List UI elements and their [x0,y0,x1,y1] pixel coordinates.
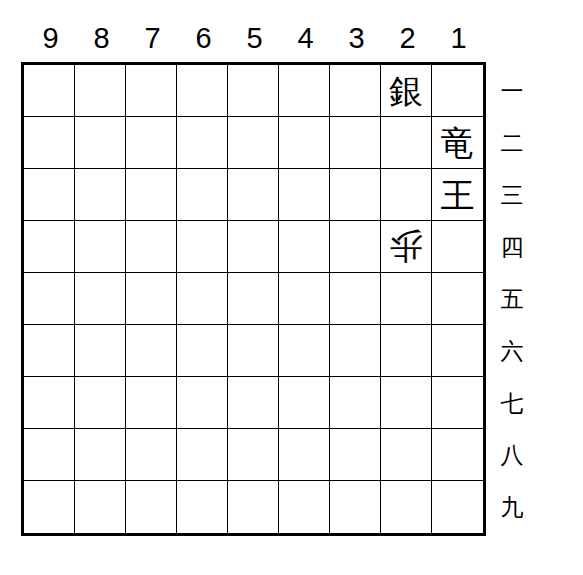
cell-9-2[interactable] [24,117,75,169]
cell-3-8[interactable] [330,429,381,481]
cell-7-4[interactable] [126,221,177,273]
cell-5-3[interactable] [228,169,279,221]
cell-3-7[interactable] [330,377,381,429]
cell-4-1[interactable] [279,65,330,117]
cell-3-5[interactable] [330,273,381,325]
file-label-7: 7 [127,18,178,58]
cell-7-8[interactable] [126,429,177,481]
file-label-2: 2 [382,18,433,58]
cell-9-3[interactable] [24,169,75,221]
cell-2-6[interactable] [381,325,432,377]
cell-4-7[interactable] [279,377,330,429]
cell-1-2[interactable]: 竜 [432,117,483,169]
piece-king: 王 [441,178,475,212]
cell-4-9[interactable] [279,481,330,533]
cell-7-6[interactable] [126,325,177,377]
cell-7-3[interactable] [126,169,177,221]
file-label-8: 8 [76,18,127,58]
piece-dragon-promoted-rook: 竜 [441,126,475,160]
cell-2-2[interactable] [381,117,432,169]
cell-8-3[interactable] [75,169,126,221]
cell-5-1[interactable] [228,65,279,117]
file-label-4: 4 [280,18,331,58]
rank-label-3: 三 [492,169,532,221]
rank-label-1: 一 [492,65,532,117]
cell-1-4[interactable] [432,221,483,273]
cell-4-6[interactable] [279,325,330,377]
cell-8-2[interactable] [75,117,126,169]
cell-2-3[interactable] [381,169,432,221]
cell-2-8[interactable] [381,429,432,481]
cell-5-5[interactable] [228,273,279,325]
cell-3-6[interactable] [330,325,381,377]
cell-6-8[interactable] [177,429,228,481]
cell-1-6[interactable] [432,325,483,377]
cell-8-7[interactable] [75,377,126,429]
cell-4-8[interactable] [279,429,330,481]
cell-8-8[interactable] [75,429,126,481]
cell-1-5[interactable] [432,273,483,325]
cell-8-5[interactable] [75,273,126,325]
file-label-3: 3 [331,18,382,58]
cell-3-9[interactable] [330,481,381,533]
cell-6-6[interactable] [177,325,228,377]
cell-9-4[interactable] [24,221,75,273]
cell-8-6[interactable] [75,325,126,377]
cell-2-7[interactable] [381,377,432,429]
file-label-6: 6 [178,18,229,58]
piece-silver: 銀 [389,74,423,108]
cell-5-6[interactable] [228,325,279,377]
cell-8-1[interactable] [75,65,126,117]
cell-7-9[interactable] [126,481,177,533]
cell-5-8[interactable] [228,429,279,481]
file-labels: 987654321 [25,18,484,58]
cell-9-9[interactable] [24,481,75,533]
rank-label-5: 五 [492,273,532,325]
cell-5-7[interactable] [228,377,279,429]
rank-label-7: 七 [492,377,532,429]
cell-3-3[interactable] [330,169,381,221]
rank-label-8: 八 [492,429,532,481]
rank-label-4: 四 [492,221,532,273]
file-label-1: 1 [433,18,484,58]
file-label-5: 5 [229,18,280,58]
cell-9-7[interactable] [24,377,75,429]
cell-2-1[interactable]: 銀 [381,65,432,117]
cell-3-1[interactable] [330,65,381,117]
file-label-9: 9 [25,18,76,58]
cell-5-2[interactable] [228,117,279,169]
cell-7-7[interactable] [126,377,177,429]
cell-1-3[interactable]: 王 [432,169,483,221]
rank-labels: 一二三四五六七八九 [492,65,532,533]
cell-6-7[interactable] [177,377,228,429]
cell-6-1[interactable] [177,65,228,117]
shogi-diagram: 987654321 銀竜王歩 一二三四五六七八九 [0,0,583,575]
cell-1-8[interactable] [432,429,483,481]
shogi-board: 銀竜王歩 [21,62,486,536]
rank-label-6: 六 [492,325,532,377]
cell-7-2[interactable] [126,117,177,169]
cell-8-4[interactable] [75,221,126,273]
cell-6-4[interactable] [177,221,228,273]
cell-9-1[interactable] [24,65,75,117]
cell-1-9[interactable] [432,481,483,533]
cell-6-9[interactable] [177,481,228,533]
cell-2-9[interactable] [381,481,432,533]
piece-pawn: 歩 [389,230,423,264]
cell-5-9[interactable] [228,481,279,533]
cell-4-4[interactable] [279,221,330,273]
cell-7-1[interactable] [126,65,177,117]
cell-9-8[interactable] [24,429,75,481]
cell-3-2[interactable] [330,117,381,169]
rank-label-2: 二 [492,117,532,169]
rank-label-9: 九 [492,481,532,533]
cell-4-2[interactable] [279,117,330,169]
cell-6-2[interactable] [177,117,228,169]
cell-6-5[interactable] [177,273,228,325]
cell-4-3[interactable] [279,169,330,221]
cell-5-4[interactable] [228,221,279,273]
cell-9-5[interactable] [24,273,75,325]
cell-1-1[interactable] [432,65,483,117]
cell-2-4[interactable]: 歩 [381,221,432,273]
cell-9-6[interactable] [24,325,75,377]
cell-8-9[interactable] [75,481,126,533]
cell-7-5[interactable] [126,273,177,325]
cell-2-5[interactable] [381,273,432,325]
cell-1-7[interactable] [432,377,483,429]
cell-6-3[interactable] [177,169,228,221]
cell-3-4[interactable] [330,221,381,273]
cell-4-5[interactable] [279,273,330,325]
